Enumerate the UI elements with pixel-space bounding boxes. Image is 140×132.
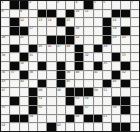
blocked-cell (66, 115, 74, 123)
crossword-cell[interactable]: 5 (94, 1, 102, 9)
crossword-cell[interactable] (84, 62, 92, 70)
crossword-cell[interactable]: 48 (38, 88, 46, 96)
clue-number: 24 (121, 36, 125, 40)
crossword-cell[interactable]: 33 (121, 53, 129, 61)
crossword-cell[interactable]: 16 (112, 18, 120, 26)
blocked-cell (121, 27, 129, 35)
crossword-cell[interactable] (47, 62, 55, 70)
crossword-cell[interactable]: 7 (131, 1, 139, 9)
clue-number: 46 (112, 80, 116, 84)
crossword-cell[interactable]: 11 (84, 10, 92, 18)
crossword-cell[interactable]: 13 (38, 18, 46, 26)
blocked-cell (10, 62, 18, 70)
crossword-cell[interactable]: 51 (103, 88, 111, 96)
crossword-grid: 1234567891011121314151617181920212223242… (1, 1, 139, 131)
crossword-cell[interactable] (84, 36, 92, 44)
crossword-cell[interactable]: 32 (84, 53, 92, 61)
crossword-cell[interactable]: 2 (29, 1, 37, 9)
crossword-cell[interactable]: 23 (112, 36, 120, 44)
crossword-cell[interactable] (75, 123, 83, 131)
blocked-cell (38, 62, 46, 70)
blocked-cell (75, 45, 83, 53)
clue-number: 61 (103, 115, 107, 119)
crossword-cell[interactable]: 59 (29, 115, 37, 123)
clue-number: 12 (20, 18, 24, 22)
blocked-cell (66, 88, 74, 96)
clue-number: 30 (1, 53, 5, 57)
crossword-cell[interactable] (47, 97, 55, 105)
clue-number: 7 (131, 1, 133, 5)
crossword-cell[interactable]: 4 (75, 1, 83, 9)
crossword-cell[interactable]: 17 (29, 27, 37, 35)
crossword-cell[interactable]: 62 (1, 123, 9, 131)
blocked-cell (94, 115, 102, 123)
crossword-cell[interactable] (47, 88, 55, 96)
crossword-cell[interactable] (20, 45, 28, 53)
clue-number: 8 (1, 10, 3, 14)
crossword-cell[interactable]: 53 (75, 97, 83, 105)
clue-number: 19 (112, 27, 116, 31)
crossword-cell[interactable]: 44 (20, 80, 28, 88)
blocked-cell (20, 53, 28, 61)
crossword-cell[interactable] (66, 106, 74, 114)
crossword-cell[interactable] (29, 123, 37, 131)
clue-number: 57 (84, 106, 88, 110)
blocked-cell (66, 27, 74, 35)
crossword-cell[interactable] (112, 45, 120, 53)
crossword-cell[interactable] (112, 115, 120, 123)
clue-number: 54 (84, 97, 88, 101)
clue-number: 11 (84, 10, 88, 14)
clue-number: 55 (1, 106, 5, 110)
clue-number: 41 (94, 71, 98, 75)
crossword-cell[interactable] (94, 97, 102, 105)
blocked-cell (84, 115, 92, 123)
blocked-cell (29, 88, 37, 96)
crossword-cell[interactable] (103, 97, 111, 105)
clue-number: 23 (112, 36, 116, 40)
blocked-cell (66, 10, 74, 18)
crossword-cell[interactable] (1, 27, 9, 35)
crossword-cell[interactable] (29, 10, 37, 18)
crossword-cell[interactable] (131, 115, 139, 123)
blocked-cell (10, 18, 18, 26)
blocked-cell (10, 27, 18, 35)
crossword-cell[interactable]: 55 (1, 106, 9, 114)
crossword-cell[interactable] (131, 18, 139, 26)
crossword-cell[interactable]: 6 (103, 1, 111, 9)
blocked-cell (10, 1, 18, 9)
blocked-cell (94, 62, 102, 70)
crossword-cell[interactable] (84, 80, 92, 88)
crossword-cell[interactable]: 28 (66, 45, 74, 53)
crossword-cell[interactable] (1, 115, 9, 123)
blocked-cell (20, 27, 28, 35)
clue-number: 15 (66, 18, 70, 22)
crossword-cell[interactable] (121, 115, 129, 123)
crossword-cell[interactable] (103, 71, 111, 79)
blocked-cell (57, 80, 65, 88)
crossword-cell[interactable] (131, 45, 139, 53)
crossword-cell[interactable] (121, 88, 129, 96)
crossword-cell[interactable]: 10 (75, 10, 83, 18)
clue-number: 63 (57, 123, 61, 127)
crossword-cell[interactable] (75, 18, 83, 26)
crossword-cell[interactable] (121, 18, 129, 26)
crossword-cell[interactable]: 50 (94, 88, 102, 96)
crossword-cell[interactable] (131, 36, 139, 44)
crossword-cell[interactable]: 21 (20, 36, 28, 44)
blocked-cell (103, 27, 111, 35)
crossword-cell[interactable] (84, 45, 92, 53)
crossword-cell[interactable]: 54 (84, 97, 92, 105)
clue-number: 20 (1, 36, 5, 40)
crossword-cell[interactable] (1, 62, 9, 70)
crossword-cell[interactable] (38, 123, 46, 131)
crossword-cell[interactable] (121, 45, 129, 53)
clue-number: 50 (94, 88, 98, 92)
crossword-cell[interactable] (29, 18, 37, 26)
crossword-cell[interactable] (10, 88, 18, 96)
crossword-cell[interactable] (47, 1, 55, 9)
blocked-cell (57, 71, 65, 79)
crossword-cell[interactable] (57, 115, 65, 123)
crossword-cell[interactable]: 45 (66, 80, 74, 88)
crossword-cell[interactable]: 36 (1, 71, 9, 79)
blocked-cell (10, 115, 18, 123)
crossword-cell[interactable]: 14 (47, 18, 55, 26)
clue-number: 33 (121, 53, 125, 57)
clue-number: 47 (1, 88, 5, 92)
crossword-cell[interactable] (131, 10, 139, 18)
crossword-cell[interactable]: 18 (75, 27, 83, 35)
clue-number: 51 (103, 88, 107, 92)
blocked-cell (57, 62, 65, 70)
clue-number: 32 (84, 53, 88, 57)
crossword-cell[interactable] (131, 80, 139, 88)
crossword-cell[interactable] (38, 27, 46, 35)
crossword-cell[interactable] (131, 123, 139, 131)
clue-number: 35 (103, 62, 107, 66)
crossword-cell[interactable]: 42 (121, 71, 129, 79)
blocked-cell (84, 1, 92, 9)
blocked-cell (57, 36, 65, 44)
clue-number: 6 (103, 1, 105, 5)
blocked-cell (121, 62, 129, 70)
clue-number: 44 (20, 80, 24, 84)
clue-number: 5 (94, 1, 96, 5)
clue-number: 4 (75, 1, 77, 5)
crossword-cell[interactable]: 27 (57, 45, 65, 53)
blocked-cell (121, 80, 129, 88)
crossword-cell[interactable] (47, 115, 55, 123)
crossword-cell[interactable] (1, 97, 9, 105)
clue-number: 43 (1, 80, 5, 84)
clue-number: 21 (20, 36, 24, 40)
crossword-cell[interactable] (94, 53, 102, 61)
crossword-cell[interactable]: 39 (66, 71, 74, 79)
crossword-cell[interactable]: 35 (103, 62, 111, 70)
crossword-cell[interactable]: 24 (121, 36, 129, 44)
clue-number: 9 (20, 10, 22, 14)
crossword-cell[interactable] (1, 18, 9, 26)
clue-number: 37 (10, 71, 14, 75)
blocked-cell (20, 115, 28, 123)
clue-number: 26 (47, 45, 51, 49)
crossword-cell[interactable] (131, 53, 139, 61)
clue-number: 22 (75, 36, 79, 40)
crossword-cell[interactable] (103, 106, 111, 114)
crossword-cell[interactable] (1, 45, 9, 53)
crossword-cell[interactable]: 46 (112, 80, 120, 88)
crossword-cell[interactable] (47, 71, 55, 79)
crossword-cell[interactable]: 26 (47, 45, 55, 53)
crossword-cell[interactable] (10, 123, 18, 131)
clue-number: 10 (75, 10, 79, 14)
blocked-cell (75, 53, 83, 61)
clue-number: 25 (38, 45, 42, 49)
clue-number: 62 (1, 123, 5, 127)
crossword-cell[interactable]: 49 (57, 88, 65, 96)
clue-number: 17 (29, 27, 33, 31)
blocked-cell (66, 97, 74, 105)
clue-number: 31 (29, 53, 33, 57)
clue-number: 49 (57, 88, 61, 92)
crossword-cell[interactable] (57, 10, 65, 18)
crossword-cell[interactable] (94, 27, 102, 35)
blocked-cell (112, 71, 120, 79)
clue-number: 28 (66, 45, 70, 49)
crossword-cell[interactable]: 34 (20, 62, 28, 70)
blocked-cell (47, 10, 55, 18)
crossword-cell[interactable] (57, 97, 65, 105)
crossword-cell[interactable]: 3 (57, 1, 65, 9)
blocked-cell (121, 123, 129, 131)
clue-number: 56 (38, 106, 42, 110)
blocked-cell (121, 97, 129, 105)
blocked-cell (47, 36, 55, 44)
clue-number: 29 (103, 45, 107, 49)
clue-number: 14 (47, 18, 51, 22)
blocked-cell (29, 45, 37, 53)
clue-number: 36 (1, 71, 5, 75)
blocked-cell (47, 123, 55, 131)
crossword-cell[interactable] (112, 88, 120, 96)
clue-number: 3 (57, 1, 59, 5)
crossword-cell[interactable] (66, 123, 74, 131)
crossword-cell[interactable] (10, 80, 18, 88)
crossword-cell[interactable] (47, 27, 55, 35)
crossword-cell[interactable] (121, 1, 129, 9)
blocked-cell (121, 106, 129, 114)
crossword-cell[interactable]: 30 (1, 53, 9, 61)
crossword-cell[interactable]: 52 (38, 97, 46, 105)
crossword-cell[interactable]: 41 (94, 71, 102, 79)
clue-number: 53 (75, 97, 79, 101)
crossword-cell[interactable] (131, 97, 139, 105)
clue-number: 45 (66, 80, 70, 84)
crossword-cell[interactable] (10, 106, 18, 114)
clue-number: 60 (75, 115, 79, 119)
crossword-cell[interactable] (10, 53, 18, 61)
crossword-cell[interactable] (131, 62, 139, 70)
crossword-cell[interactable]: 38 (29, 71, 37, 79)
crossword-cell[interactable]: 56 (38, 106, 46, 114)
crossword-cell[interactable] (38, 115, 46, 123)
crossword-cell[interactable] (84, 18, 92, 26)
crossword-cell[interactable]: 47 (1, 88, 9, 96)
clue-number: 18 (75, 27, 79, 31)
blocked-cell (112, 53, 120, 61)
blocked-cell (38, 10, 46, 18)
crossword-cell[interactable] (94, 10, 102, 18)
crossword-cell[interactable]: 57 (84, 106, 92, 114)
crossword-cell[interactable]: 9 (20, 10, 28, 18)
crossword-cell[interactable] (38, 36, 46, 44)
crossword-cell[interactable] (29, 80, 37, 88)
crossword-cell[interactable] (103, 53, 111, 61)
blocked-cell (10, 97, 18, 105)
clue-number: 34 (20, 62, 24, 66)
crossword-cell[interactable]: 19 (112, 27, 120, 35)
crossword-cell[interactable]: 58 (112, 106, 120, 114)
blocked-cell (20, 71, 28, 79)
crossword-cell[interactable] (20, 88, 28, 96)
crossword-cell[interactable] (131, 27, 139, 35)
blocked-cell (57, 18, 65, 26)
crossword-cell[interactable] (131, 106, 139, 114)
blocked-cell (103, 80, 111, 88)
crossword-cell[interactable]: 40 (75, 71, 83, 79)
crossword-cell[interactable] (94, 36, 102, 44)
blocked-cell (66, 36, 74, 44)
clue-number: 2 (29, 1, 31, 5)
clue-number: 16 (112, 18, 116, 22)
crossword-cell[interactable]: 1 (1, 1, 9, 9)
crossword-cell[interactable] (131, 88, 139, 96)
crossword-cell[interactable] (103, 123, 111, 131)
crossword-cell[interactable] (66, 53, 74, 61)
crossword-cell[interactable]: 29 (103, 45, 111, 53)
crossword-cell[interactable] (47, 53, 55, 61)
crossword-cell[interactable]: 8 (1, 10, 9, 18)
blocked-cell (103, 36, 111, 44)
crossword-cell[interactable] (94, 106, 102, 114)
blocked-cell (94, 45, 102, 53)
crossword-cell[interactable]: 25 (38, 45, 46, 53)
crossword-cell[interactable]: 12 (20, 18, 28, 26)
crossword-cell[interactable]: 63 (57, 123, 65, 131)
crossword-cell[interactable] (47, 106, 55, 114)
crossword-cell[interactable] (84, 27, 92, 35)
crossword-cell[interactable] (20, 106, 28, 114)
crossword-cell[interactable] (47, 80, 55, 88)
blocked-cell (121, 10, 129, 18)
crossword-cell[interactable] (38, 1, 46, 9)
crossword-cell[interactable] (38, 53, 46, 61)
crossword-cell[interactable]: 22 (75, 36, 83, 44)
clue-number: 42 (121, 71, 125, 75)
blocked-cell (112, 10, 120, 18)
clue-number: 58 (112, 106, 116, 110)
crossword-cell[interactable] (10, 36, 18, 44)
crossword-cell[interactable] (57, 53, 65, 61)
crossword-cell[interactable] (29, 36, 37, 44)
blocked-cell (103, 18, 111, 26)
clue-number: 27 (57, 45, 61, 49)
crossword-cell[interactable] (20, 123, 28, 131)
blocked-cell (29, 97, 37, 105)
crossword-cell[interactable] (94, 123, 102, 131)
blocked-cell (75, 62, 83, 70)
crossword-cell[interactable]: 43 (1, 80, 9, 88)
clue-number: 39 (66, 71, 70, 75)
crossword-cell[interactable] (29, 62, 37, 70)
crossword-cell[interactable] (66, 1, 74, 9)
blocked-cell (84, 88, 92, 96)
clue-number: 59 (29, 115, 33, 119)
crossword-cell[interactable]: 37 (10, 71, 18, 79)
blocked-cell (75, 106, 83, 114)
crossword-cell[interactable] (131, 71, 139, 79)
crossword-cell[interactable] (20, 97, 28, 105)
crossword-cell[interactable]: 20 (1, 36, 9, 44)
blocked-cell (29, 106, 37, 114)
crossword-cell[interactable] (94, 18, 102, 26)
crossword-cell[interactable] (112, 62, 120, 70)
blocked-cell (112, 123, 120, 131)
crossword-cell[interactable] (94, 80, 102, 88)
crossword-cell[interactable] (75, 80, 83, 88)
crossword-cell[interactable] (112, 1, 120, 9)
crossword-cell[interactable] (103, 10, 111, 18)
blocked-cell (10, 45, 18, 53)
crossword-cell[interactable] (84, 123, 92, 131)
crossword-cell[interactable] (57, 27, 65, 35)
crossword-cell[interactable]: 60 (75, 115, 83, 123)
clue-number: 38 (29, 71, 33, 75)
crossword-cell[interactable] (38, 71, 46, 79)
crossword-board-frame: 1234567891011121314151617181920212223242… (0, 0, 140, 132)
blocked-cell (75, 88, 83, 96)
clue-number: 48 (38, 88, 42, 92)
clue-number: 1 (1, 1, 3, 5)
clue-number: 13 (38, 18, 42, 22)
clue-number: 52 (38, 97, 42, 101)
crossword-cell[interactable] (57, 106, 65, 114)
crossword-cell[interactable]: 15 (66, 18, 74, 26)
crossword-cell[interactable] (10, 10, 18, 18)
blocked-cell (38, 80, 46, 88)
crossword-cell[interactable] (84, 71, 92, 79)
blocked-cell (112, 97, 120, 105)
crossword-cell[interactable]: 61 (103, 115, 111, 123)
crossword-cell[interactable]: 31 (29, 53, 37, 61)
crossword-cell[interactable] (66, 62, 74, 70)
blocked-cell (20, 1, 28, 9)
clue-number: 40 (75, 71, 79, 75)
